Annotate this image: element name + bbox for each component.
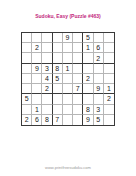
cell-r1c2[interactable] — [32, 33, 42, 43]
cell-r7c9: 2 — [104, 94, 114, 104]
cell-r7c8[interactable] — [94, 94, 104, 104]
cell-r1c8[interactable] — [94, 33, 104, 43]
cell-r2c6[interactable] — [73, 43, 83, 53]
cell-r1c1[interactable] — [22, 33, 32, 43]
cell-r5c6[interactable] — [73, 74, 83, 84]
cell-r4c5: 1 — [63, 64, 73, 74]
cell-r8c9[interactable] — [104, 105, 114, 115]
cell-r8c6[interactable] — [73, 105, 83, 115]
cell-r3c3[interactable] — [42, 53, 52, 63]
cell-r6c4[interactable] — [53, 84, 63, 94]
cell-r9c7: 9 — [83, 115, 93, 125]
cell-r8c3[interactable] — [42, 105, 52, 115]
cell-r9c6[interactable] — [73, 115, 83, 125]
cell-r3c5[interactable] — [63, 53, 73, 63]
cell-r9c5[interactable] — [63, 115, 73, 125]
cell-r6c2[interactable] — [32, 84, 42, 94]
cell-r4c7[interactable] — [83, 64, 93, 74]
cell-r2c9[interactable] — [104, 43, 114, 53]
cell-r5c5[interactable] — [63, 74, 73, 84]
puzzle-title: Sudoku, Easy (Puzzle #463) — [0, 13, 136, 19]
cell-r2c5[interactable] — [63, 43, 73, 53]
cell-r3c4[interactable] — [53, 53, 63, 63]
cell-r6c9: 1 — [104, 84, 114, 94]
cell-r2c3[interactable] — [42, 43, 52, 53]
cell-r4c4: 8 — [53, 64, 63, 74]
cell-r3c7[interactable] — [83, 53, 93, 63]
cell-r6c7[interactable] — [83, 84, 93, 94]
cell-r5c1[interactable] — [22, 74, 32, 84]
cell-r5c3: 4 — [42, 74, 52, 84]
cell-r5c2[interactable] — [32, 74, 42, 84]
cell-r7c7[interactable] — [83, 94, 93, 104]
cell-r8c2: 1 — [32, 105, 42, 115]
cell-r8c5[interactable] — [63, 105, 73, 115]
cell-r8c7: 8 — [83, 105, 93, 115]
cell-r5c4: 5 — [53, 74, 63, 84]
cell-r1c9[interactable] — [104, 33, 114, 43]
footer-url: www.printfreesudoku.com — [0, 165, 136, 170]
cell-r4c6[interactable] — [73, 64, 83, 74]
cell-r4c8[interactable] — [94, 64, 104, 74]
cell-r7c1: 5 — [22, 94, 32, 104]
cell-r2c2: 2 — [32, 43, 42, 53]
cell-r1c5: 9 — [63, 33, 73, 43]
cell-r9c3: 8 — [42, 115, 52, 125]
cell-r2c7: 1 — [83, 43, 93, 53]
cell-r8c8: 3 — [94, 105, 104, 115]
cell-r2c1[interactable] — [22, 43, 32, 53]
cell-r1c4[interactable] — [53, 33, 63, 43]
cell-r7c5[interactable] — [63, 94, 73, 104]
cell-r3c6[interactable] — [73, 53, 83, 63]
cell-r4c1[interactable] — [22, 64, 32, 74]
cell-r9c8: 5 — [94, 115, 104, 125]
cell-r8c4[interactable] — [53, 105, 63, 115]
cell-r1c6[interactable] — [73, 33, 83, 43]
cell-r5c8[interactable] — [94, 74, 104, 84]
cell-r2c8: 6 — [94, 43, 104, 53]
cell-r9c2: 6 — [32, 115, 42, 125]
sudoku-board: 9521629381452279152183268795 — [21, 32, 115, 126]
cell-r4c2: 9 — [32, 64, 42, 74]
cell-r6c6: 7 — [73, 84, 83, 94]
cell-r7c4[interactable] — [53, 94, 63, 104]
cell-r8c1[interactable] — [22, 105, 32, 115]
cell-r5c9[interactable] — [104, 74, 114, 84]
cell-r9c4: 7 — [53, 115, 63, 125]
cell-r4c3: 3 — [42, 64, 52, 74]
cell-r7c3[interactable] — [42, 94, 52, 104]
cell-r6c1[interactable] — [22, 84, 32, 94]
cell-r9c1: 2 — [22, 115, 32, 125]
cell-r5c7: 2 — [83, 74, 93, 84]
cell-r3c8: 2 — [94, 53, 104, 63]
cell-r7c6[interactable] — [73, 94, 83, 104]
cell-r1c3[interactable] — [42, 33, 52, 43]
cell-r6c8: 9 — [94, 84, 104, 94]
cell-r6c3: 2 — [42, 84, 52, 94]
cell-r2c4[interactable] — [53, 43, 63, 53]
cell-r3c1[interactable] — [22, 53, 32, 63]
cell-r4c9[interactable] — [104, 64, 114, 74]
cell-r6c5[interactable] — [63, 84, 73, 94]
cell-r3c2[interactable] — [32, 53, 42, 63]
cell-r1c7: 5 — [83, 33, 93, 43]
cell-r3c9[interactable] — [104, 53, 114, 63]
cell-r7c2[interactable] — [32, 94, 42, 104]
cell-r9c9[interactable] — [104, 115, 114, 125]
